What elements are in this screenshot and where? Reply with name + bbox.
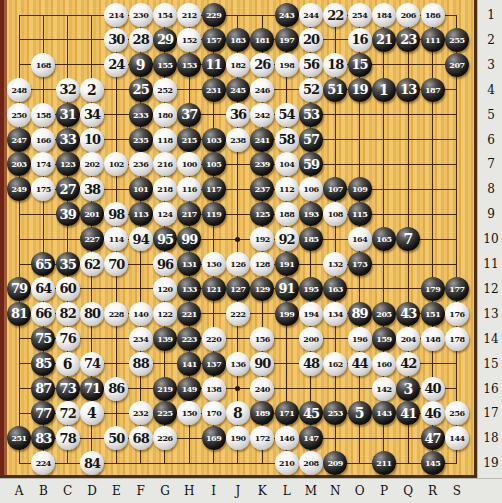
stone-black-S2: 255 <box>445 28 469 52</box>
stone-white-C18: 78 <box>56 426 80 450</box>
stone-white-N13: 134 <box>323 302 347 326</box>
stone-white-D6: 10 <box>80 128 104 152</box>
stone-white-B12: 64 <box>31 277 55 301</box>
stone-white-P1: 184 <box>372 3 396 27</box>
row-label-4: 4 <box>487 83 495 97</box>
column-label-S: S <box>453 484 461 498</box>
stone-black-I3: 11 <box>202 53 226 77</box>
stone-black-H3: 153 <box>177 53 201 77</box>
stone-black-I1: 229 <box>202 3 226 27</box>
row-label-6: 6 <box>487 133 495 147</box>
stone-black-C9: 39 <box>56 202 80 226</box>
stone-white-C12: 60 <box>56 277 80 301</box>
stone-black-N12: 163 <box>323 277 347 301</box>
row-label-8: 8 <box>487 182 495 196</box>
stone-black-N8: 107 <box>323 177 347 201</box>
stone-white-M15: 48 <box>299 352 323 376</box>
stone-white-E10: 114 <box>104 227 128 251</box>
stone-white-P16: 142 <box>372 377 396 401</box>
stone-white-G5: 180 <box>153 103 177 127</box>
stone-white-M14: 200 <box>299 327 323 351</box>
stone-white-A5: 250 <box>7 103 31 127</box>
column-label-O: O <box>355 484 365 498</box>
column-label-H: H <box>184 484 194 498</box>
stone-white-K14: 156 <box>250 327 274 351</box>
stone-white-Q14: 204 <box>396 327 420 351</box>
stone-black-K12: 129 <box>250 277 274 301</box>
stone-black-B15: 85 <box>31 352 55 376</box>
stone-white-K16: 240 <box>250 377 274 401</box>
stone-white-J6: 238 <box>226 128 250 152</box>
stone-black-I18: 169 <box>202 426 226 450</box>
stone-black-J12: 127 <box>226 277 250 301</box>
stone-white-M1: 244 <box>299 3 323 27</box>
stone-white-N15: 162 <box>323 352 347 376</box>
stone-white-E13: 228 <box>104 302 128 326</box>
stone-white-H8: 116 <box>177 177 201 201</box>
stone-white-L3: 198 <box>275 53 299 77</box>
stone-white-S18: 144 <box>445 426 469 450</box>
row-label-16: 16 <box>483 382 498 396</box>
stone-white-K10: 192 <box>250 227 274 251</box>
stone-white-J13: 222 <box>226 302 250 326</box>
row-label-19: 19 <box>483 456 498 470</box>
stone-black-A6: 247 <box>7 128 31 152</box>
stone-white-M2: 20 <box>299 28 323 52</box>
stone-black-B18: 83 <box>31 426 55 450</box>
stone-black-O3: 15 <box>348 53 372 77</box>
stone-black-H11: 131 <box>177 252 201 276</box>
stone-white-N11: 132 <box>323 252 347 276</box>
stone-white-I14: 220 <box>202 327 226 351</box>
stone-black-Q10: 7 <box>396 227 420 251</box>
column-label-D: D <box>87 484 97 498</box>
stone-white-C14: 76 <box>56 327 80 351</box>
stone-black-F9: 113 <box>129 202 153 226</box>
stone-white-M3: 56 <box>299 53 323 77</box>
stone-white-N3: 18 <box>323 53 347 77</box>
stone-black-M18: 147 <box>299 426 323 450</box>
stone-black-R19: 145 <box>421 451 445 475</box>
stone-white-G8: 218 <box>153 177 177 201</box>
stone-black-F4: 25 <box>129 78 153 102</box>
stone-white-J15: 136 <box>226 352 250 376</box>
stone-white-I16: 138 <box>202 377 226 401</box>
stone-white-J11: 126 <box>226 252 250 276</box>
column-label-N: N <box>330 484 341 498</box>
stone-black-K9: 125 <box>250 202 274 226</box>
stone-white-G13: 122 <box>153 302 177 326</box>
stone-black-I9: 119 <box>202 202 226 226</box>
column-label-M: M <box>305 484 317 498</box>
column-label-G: G <box>160 484 170 498</box>
stone-black-P10: 165 <box>372 227 396 251</box>
stone-black-I12: 121 <box>202 277 226 301</box>
stone-black-I2: 157 <box>202 28 226 52</box>
stone-black-A8: 249 <box>7 177 31 201</box>
stone-black-H12: 133 <box>177 277 201 301</box>
stone-black-I4: 231 <box>202 78 226 102</box>
stone-black-J2: 183 <box>226 28 250 52</box>
stone-black-M17: 45 <box>299 401 323 425</box>
stone-white-S17: 256 <box>445 401 469 425</box>
stone-white-S13: 176 <box>445 302 469 326</box>
stone-black-C5: 31 <box>56 103 80 127</box>
stone-black-J4: 245 <box>226 78 250 102</box>
stone-black-O11: 173 <box>348 252 372 276</box>
stone-white-F7: 236 <box>129 152 153 176</box>
stone-white-B5: 158 <box>31 103 55 127</box>
stone-white-D4: 2 <box>80 78 104 102</box>
stone-white-F2: 28 <box>129 28 153 52</box>
stone-black-B11: 65 <box>31 252 55 276</box>
stone-white-K4: 246 <box>250 78 274 102</box>
row-label-17: 17 <box>483 406 498 420</box>
stone-black-O9: 115 <box>348 202 372 226</box>
stone-white-R1: 186 <box>421 3 445 27</box>
row-label-14: 14 <box>483 332 498 346</box>
column-coordinate-strip: ABCDEFGHIJKLMNOPQRS <box>0 478 502 503</box>
stone-black-L2: 197 <box>275 28 299 52</box>
stone-black-H13: 221 <box>177 302 201 326</box>
stone-black-H9: 217 <box>177 202 201 226</box>
stone-black-A12: 79 <box>7 277 31 301</box>
column-label-I: I <box>211 484 216 498</box>
stone-white-O15: 44 <box>348 352 372 376</box>
stone-black-M5: 53 <box>299 103 323 127</box>
stone-black-C8: 27 <box>56 177 80 201</box>
stone-black-H15: 141 <box>177 352 201 376</box>
stone-black-A18: 251 <box>7 426 31 450</box>
stone-white-I11: 130 <box>202 252 226 276</box>
stone-white-G6: 118 <box>153 128 177 152</box>
stone-white-M8: 106 <box>299 177 323 201</box>
stone-white-L7: 104 <box>275 152 299 176</box>
stone-black-G16: 219 <box>153 377 177 401</box>
stone-white-E18: 50 <box>104 426 128 450</box>
goban[interactable]: 2142301542122292432442225418420618630282… <box>0 0 477 478</box>
stone-black-G10: 95 <box>153 227 177 251</box>
column-label-A: A <box>15 484 24 498</box>
stone-white-C13: 82 <box>56 302 80 326</box>
stone-white-D11: 62 <box>80 252 104 276</box>
stone-black-I8: 117 <box>202 177 226 201</box>
stone-white-C17: 72 <box>56 401 80 425</box>
stone-white-E1: 214 <box>104 3 128 27</box>
row-label-2: 2 <box>487 33 495 47</box>
stone-black-R2: 111 <box>421 28 445 52</box>
stone-white-M13: 194 <box>299 302 323 326</box>
stone-black-M9: 193 <box>299 202 323 226</box>
column-label-F: F <box>136 484 144 498</box>
stone-black-K17: 189 <box>250 401 274 425</box>
stone-white-M4: 52 <box>299 78 323 102</box>
stone-white-R17: 46 <box>421 401 445 425</box>
stone-black-M10: 185 <box>299 227 323 251</box>
stone-white-F18: 68 <box>129 426 153 450</box>
stone-white-B3: 168 <box>31 53 55 77</box>
stone-black-R13: 151 <box>421 302 445 326</box>
star-point <box>235 386 240 391</box>
stone-white-E3: 24 <box>104 53 128 77</box>
stone-white-D17: 4 <box>80 401 104 425</box>
stone-white-A4: 248 <box>7 78 31 102</box>
stone-white-B6: 166 <box>31 128 55 152</box>
stone-white-D19: 84 <box>80 451 104 475</box>
stone-white-D7: 202 <box>80 152 104 176</box>
stone-white-E9: 98 <box>104 202 128 226</box>
stone-white-J3: 182 <box>226 53 250 77</box>
stone-black-I15: 137 <box>202 352 226 376</box>
stone-white-O10: 164 <box>348 227 372 251</box>
stone-white-G9: 124 <box>153 202 177 226</box>
stone-black-Q2: 23 <box>396 28 420 52</box>
stone-white-K11: 128 <box>250 252 274 276</box>
stone-black-G2: 29 <box>153 28 177 52</box>
stone-black-H6: 215 <box>177 128 201 152</box>
stone-white-K5: 242 <box>250 103 274 127</box>
stone-white-G1: 154 <box>153 3 177 27</box>
row-label-11: 11 <box>483 257 498 271</box>
stone-white-L6: 58 <box>275 128 299 152</box>
stone-white-O14: 196 <box>348 327 372 351</box>
stone-white-Q15: 42 <box>396 352 420 376</box>
stone-white-F14: 234 <box>129 327 153 351</box>
row-label-13: 13 <box>483 307 498 321</box>
row-label-7: 7 <box>487 157 495 171</box>
stone-white-O1: 254 <box>348 3 372 27</box>
stone-white-L19: 210 <box>275 451 299 475</box>
stone-white-J18: 190 <box>226 426 250 450</box>
stone-white-E11: 70 <box>104 252 128 276</box>
stone-white-G18: 226 <box>153 426 177 450</box>
stone-black-L17: 171 <box>275 401 299 425</box>
stone-black-K2: 181 <box>250 28 274 52</box>
stone-white-H7: 100 <box>177 152 201 176</box>
stone-black-O17: 5 <box>348 401 372 425</box>
stone-black-Q13: 43 <box>396 302 420 326</box>
stone-white-L5: 54 <box>275 103 299 127</box>
stone-black-R4: 187 <box>421 78 445 102</box>
stone-white-D13: 80 <box>80 302 104 326</box>
stone-black-R18: 47 <box>421 426 445 450</box>
stone-black-M12: 195 <box>299 277 323 301</box>
stone-black-P14: 159 <box>372 327 396 351</box>
column-label-K: K <box>258 484 267 498</box>
stone-black-G14: 139 <box>153 327 177 351</box>
stone-black-I7: 105 <box>202 152 226 176</box>
column-label-E: E <box>112 484 121 498</box>
stone-white-D15: 74 <box>80 352 104 376</box>
stone-black-L12: 91 <box>275 277 299 301</box>
stone-black-S3: 207 <box>445 53 469 77</box>
stone-black-C11: 35 <box>56 252 80 276</box>
stone-black-B14: 75 <box>31 327 55 351</box>
stone-black-H10: 99 <box>177 227 201 251</box>
column-label-B: B <box>39 484 48 498</box>
column-label-L: L <box>283 484 291 498</box>
stone-black-Q4: 13 <box>396 78 420 102</box>
stone-black-K8: 237 <box>250 177 274 201</box>
stone-white-F10: 94 <box>129 227 153 251</box>
stone-black-A13: 81 <box>7 302 31 326</box>
row-label-10: 10 <box>483 232 498 246</box>
stone-black-H16: 149 <box>177 377 201 401</box>
stone-black-L11: 191 <box>275 252 299 276</box>
stone-black-G17: 225 <box>153 401 177 425</box>
stone-black-F6: 235 <box>129 128 153 152</box>
board-left-edge <box>0 0 7 475</box>
star-point <box>235 237 240 242</box>
stone-black-Q16: 3 <box>396 377 420 401</box>
row-label-5: 5 <box>487 108 495 122</box>
stone-white-F1: 230 <box>129 3 153 27</box>
stone-white-F17: 232 <box>129 401 153 425</box>
stone-black-R12: 179 <box>421 277 445 301</box>
stone-white-F13: 140 <box>129 302 153 326</box>
stone-white-O2: 16 <box>348 28 372 52</box>
stone-white-M19: 208 <box>299 451 323 475</box>
stone-white-G11: 96 <box>153 252 177 276</box>
stone-black-P4: 1 <box>372 78 396 102</box>
column-label-C: C <box>63 484 72 498</box>
stone-white-L18: 146 <box>275 426 299 450</box>
stone-white-H2: 152 <box>177 28 201 52</box>
row-label-18: 18 <box>483 431 498 445</box>
stone-black-C6: 33 <box>56 128 80 152</box>
stone-white-J5: 36 <box>226 103 250 127</box>
stone-black-G3: 155 <box>153 53 177 77</box>
stone-white-G7: 216 <box>153 152 177 176</box>
stone-black-O4: 19 <box>348 78 372 102</box>
stone-white-J17: 8 <box>226 401 250 425</box>
stone-white-G12: 120 <box>153 277 177 301</box>
stone-black-P13: 205 <box>372 302 396 326</box>
stone-white-S14: 178 <box>445 327 469 351</box>
go-kifu-screenshot: 2142301542122292432442225418420618630282… <box>0 0 502 503</box>
stone-white-R16: 40 <box>421 377 445 401</box>
stone-white-R14: 148 <box>421 327 445 351</box>
stone-black-N19: 209 <box>323 451 347 475</box>
row-label-9: 9 <box>487 207 495 221</box>
stone-white-H17: 150 <box>177 401 201 425</box>
stone-white-L8: 112 <box>275 177 299 201</box>
stone-white-C15: 6 <box>56 352 80 376</box>
stone-white-L9: 188 <box>275 202 299 226</box>
stone-black-K6: 241 <box>250 128 274 152</box>
stone-white-D8: 38 <box>80 177 104 201</box>
stone-white-L10: 92 <box>275 227 299 251</box>
stone-white-C4: 32 <box>56 78 80 102</box>
stone-black-B17: 77 <box>31 401 55 425</box>
column-label-P: P <box>380 484 388 498</box>
stone-black-I6: 103 <box>202 128 226 152</box>
stone-white-P15: 160 <box>372 352 396 376</box>
stone-white-H1: 212 <box>177 3 201 27</box>
stone-black-D16: 71 <box>80 377 104 401</box>
stone-white-N1: 22 <box>323 3 347 27</box>
stone-black-F3: 9 <box>129 53 153 77</box>
stone-white-B19: 224 <box>31 451 55 475</box>
stone-black-S12: 177 <box>445 277 469 301</box>
stone-white-E7: 102 <box>104 152 128 176</box>
stone-black-L1: 243 <box>275 3 299 27</box>
stone-black-F8: 101 <box>129 177 153 201</box>
stone-black-N4: 51 <box>323 78 347 102</box>
stone-white-B8: 175 <box>31 177 55 201</box>
stone-white-D5: 34 <box>80 103 104 127</box>
stone-white-E16: 86 <box>104 377 128 401</box>
stone-black-O8: 109 <box>348 177 372 201</box>
stone-white-F15: 88 <box>129 352 153 376</box>
stone-black-B16: 87 <box>31 377 55 401</box>
stone-black-H5: 37 <box>177 103 201 127</box>
stone-black-C7: 123 <box>56 152 80 176</box>
column-label-R: R <box>428 484 437 498</box>
stone-white-K18: 172 <box>250 426 274 450</box>
stone-white-K15: 90 <box>250 352 274 376</box>
stone-white-B7: 174 <box>31 152 55 176</box>
stone-black-O13: 89 <box>348 302 372 326</box>
stone-black-P17: 143 <box>372 401 396 425</box>
stone-black-K7: 239 <box>250 152 274 176</box>
stone-black-P19: 211 <box>372 451 396 475</box>
stone-black-N17: 253 <box>323 401 347 425</box>
stone-white-G4: 252 <box>153 78 177 102</box>
stone-black-Q17: 41 <box>396 401 420 425</box>
column-label-Q: Q <box>403 484 413 498</box>
stone-black-H14: 223 <box>177 327 201 351</box>
stone-black-C16: 73 <box>56 377 80 401</box>
row-coordinate-strip: 12345678910111213141516171819 <box>477 0 502 478</box>
stone-black-D10: 227 <box>80 227 104 251</box>
stone-black-A7: 203 <box>7 152 31 176</box>
stone-black-L13: 199 <box>275 302 299 326</box>
stone-black-M7: 59 <box>299 152 323 176</box>
stone-white-K3: 26 <box>250 53 274 77</box>
stone-white-N9: 108 <box>323 202 347 226</box>
column-label-J: J <box>236 484 241 498</box>
stone-white-Q1: 206 <box>396 3 420 27</box>
stone-black-D9: 201 <box>80 202 104 226</box>
row-label-12: 12 <box>483 282 498 296</box>
stone-white-I17: 170 <box>202 401 226 425</box>
stone-white-E2: 30 <box>104 28 128 52</box>
stone-black-P2: 21 <box>372 28 396 52</box>
stone-black-M6: 57 <box>299 128 323 152</box>
row-label-1: 1 <box>487 8 495 22</box>
stone-white-B13: 66 <box>31 302 55 326</box>
row-label-15: 15 <box>483 357 498 371</box>
stone-black-F5: 233 <box>129 103 153 127</box>
row-label-3: 3 <box>487 58 495 72</box>
